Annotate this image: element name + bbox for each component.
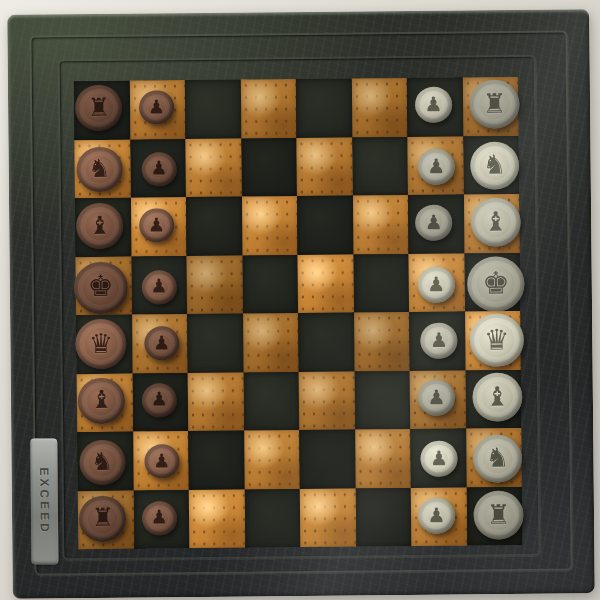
square-c7[interactable]: ♟ bbox=[132, 373, 188, 432]
square-d5[interactable] bbox=[243, 313, 299, 372]
square-a6[interactable] bbox=[189, 489, 245, 548]
white-knight[interactable]: ♞ bbox=[470, 142, 519, 190]
square-h5[interactable] bbox=[240, 79, 296, 138]
white-pawn[interactable]: ♟ bbox=[418, 497, 455, 533]
white-rook[interactable]: ♜ bbox=[469, 80, 519, 129]
white-rook[interactable]: ♜ bbox=[473, 490, 523, 539]
white-pawn[interactable]: ♟ bbox=[418, 148, 455, 184]
square-h4[interactable] bbox=[296, 79, 352, 138]
square-e1[interactable]: ♚ bbox=[464, 252, 520, 311]
black-bishop[interactable]: ♝ bbox=[78, 377, 125, 423]
square-a7[interactable]: ♟ bbox=[133, 490, 189, 549]
square-b1[interactable]: ♞ bbox=[466, 428, 522, 487]
white-pawn-glyph: ♟ bbox=[427, 273, 445, 293]
square-a5[interactable] bbox=[244, 489, 300, 548]
white-pawn-glyph: ♟ bbox=[428, 386, 446, 406]
black-bishop-glyph: ♝ bbox=[89, 213, 112, 238]
square-a2[interactable]: ♟ bbox=[411, 487, 467, 546]
black-pawn[interactable]: ♟ bbox=[139, 208, 174, 242]
square-a8[interactable]: ♜ bbox=[78, 490, 134, 549]
square-c2[interactable]: ♟ bbox=[410, 370, 466, 429]
square-b4[interactable] bbox=[299, 429, 355, 488]
black-bishop-glyph: ♝ bbox=[90, 387, 113, 412]
square-f2[interactable]: ♟ bbox=[408, 194, 464, 253]
black-pawn-glyph: ♟ bbox=[153, 333, 170, 352]
white-pawn-glyph: ♟ bbox=[425, 94, 443, 114]
square-f1[interactable]: ♝ bbox=[463, 194, 519, 253]
black-queen[interactable]: ♛ bbox=[75, 319, 126, 369]
chess-board: ♜♟♟♜♞♟♟♞♝♟♟♝♚♟♟♚♛♟♟♛♝♟♟♝♞♟♟♞♜♟♟♜ EXCEED bbox=[7, 9, 595, 599]
square-c3[interactable] bbox=[354, 370, 410, 429]
white-pawn-glyph: ♟ bbox=[430, 448, 448, 468]
black-knight-glyph: ♞ bbox=[91, 449, 114, 474]
white-rook-glyph: ♜ bbox=[486, 500, 510, 527]
white-rook-glyph: ♜ bbox=[482, 90, 506, 117]
white-knight-glyph: ♞ bbox=[486, 444, 510, 471]
square-h8[interactable]: ♜ bbox=[74, 81, 130, 140]
black-pawn[interactable]: ♟ bbox=[141, 152, 176, 186]
square-d4[interactable] bbox=[298, 312, 354, 371]
square-f8[interactable]: ♝ bbox=[75, 198, 131, 257]
square-f7[interactable]: ♟ bbox=[130, 197, 186, 256]
square-e5[interactable] bbox=[242, 255, 298, 314]
white-bishop-glyph: ♝ bbox=[485, 382, 509, 409]
square-c5[interactable] bbox=[243, 372, 299, 431]
square-h2[interactable]: ♟ bbox=[407, 77, 463, 136]
square-h7[interactable]: ♟ bbox=[129, 80, 185, 139]
square-d7[interactable]: ♟ bbox=[132, 314, 188, 373]
black-pawn[interactable]: ♟ bbox=[141, 270, 176, 304]
square-d6[interactable] bbox=[187, 314, 243, 373]
brand-plate: EXCEED bbox=[30, 438, 58, 564]
white-pawn[interactable]: ♟ bbox=[418, 266, 455, 302]
black-queen-glyph: ♛ bbox=[89, 330, 113, 357]
black-pawn[interactable]: ♟ bbox=[139, 90, 174, 124]
square-e6[interactable] bbox=[187, 255, 243, 314]
black-king-glyph: ♚ bbox=[87, 272, 113, 301]
white-knight-glyph: ♞ bbox=[483, 151, 507, 178]
white-queen[interactable]: ♛ bbox=[469, 314, 524, 368]
white-king-glyph: ♚ bbox=[482, 267, 510, 298]
white-bishop[interactable]: ♝ bbox=[472, 372, 522, 421]
square-b8[interactable]: ♞ bbox=[77, 432, 133, 491]
square-e3[interactable] bbox=[353, 253, 409, 312]
square-h1[interactable]: ♜ bbox=[462, 77, 518, 136]
square-c8[interactable]: ♝ bbox=[77, 373, 133, 432]
black-pawn[interactable]: ♟ bbox=[144, 326, 179, 360]
square-a1[interactable]: ♜ bbox=[466, 486, 522, 545]
square-b7[interactable]: ♟ bbox=[133, 431, 189, 490]
black-pawn-glyph: ♟ bbox=[150, 277, 167, 296]
square-g3[interactable] bbox=[352, 136, 408, 195]
square-b6[interactable] bbox=[188, 431, 244, 490]
white-pawn[interactable]: ♟ bbox=[421, 441, 458, 477]
black-king[interactable]: ♚ bbox=[73, 261, 127, 314]
square-g8[interactable]: ♞ bbox=[74, 139, 130, 198]
square-f3[interactable] bbox=[352, 195, 408, 254]
square-g2[interactable]: ♟ bbox=[407, 136, 463, 195]
square-e7[interactable]: ♟ bbox=[131, 256, 187, 315]
black-pawn-glyph: ♟ bbox=[150, 159, 167, 178]
square-e2[interactable]: ♟ bbox=[409, 253, 465, 312]
black-rook-glyph: ♜ bbox=[91, 505, 114, 530]
black-pawn-glyph: ♟ bbox=[151, 508, 168, 527]
black-rook-glyph: ♜ bbox=[88, 95, 111, 120]
black-pawn-glyph: ♟ bbox=[148, 97, 165, 116]
square-c6[interactable] bbox=[188, 372, 244, 431]
brand-label: EXCEED bbox=[37, 468, 52, 535]
square-e4[interactable] bbox=[298, 254, 354, 313]
white-pawn[interactable]: ♟ bbox=[418, 379, 455, 415]
black-knight[interactable]: ♞ bbox=[76, 147, 122, 192]
black-pawn[interactable]: ♟ bbox=[142, 383, 177, 417]
square-c1[interactable]: ♝ bbox=[465, 369, 521, 428]
square-g4[interactable] bbox=[296, 137, 352, 196]
white-knight[interactable]: ♞ bbox=[473, 434, 522, 482]
black-pawn[interactable]: ♟ bbox=[144, 444, 179, 478]
white-pawn[interactable]: ♟ bbox=[420, 323, 457, 359]
square-b3[interactable] bbox=[355, 429, 411, 488]
square-f5[interactable] bbox=[241, 196, 297, 255]
square-c4[interactable] bbox=[299, 371, 355, 430]
square-d8[interactable]: ♛ bbox=[76, 315, 132, 374]
black-pawn[interactable]: ♟ bbox=[142, 501, 177, 535]
square-d1[interactable]: ♛ bbox=[465, 311, 521, 370]
square-b2[interactable]: ♟ bbox=[410, 428, 466, 487]
white-bishop[interactable]: ♝ bbox=[470, 198, 520, 247]
white-king[interactable]: ♚ bbox=[467, 256, 525, 312]
square-e8[interactable]: ♚ bbox=[76, 256, 132, 315]
white-pawn-glyph: ♟ bbox=[430, 330, 448, 350]
square-h3[interactable] bbox=[351, 78, 407, 137]
square-d3[interactable] bbox=[354, 312, 410, 371]
square-g6[interactable] bbox=[185, 138, 241, 197]
square-a4[interactable] bbox=[300, 488, 356, 547]
white-bishop-glyph: ♝ bbox=[483, 208, 507, 235]
square-g5[interactable] bbox=[241, 138, 297, 197]
board-grid: ♜♟♟♜♞♟♟♞♝♟♟♝♚♟♟♚♛♟♟♛♝♟♟♝♞♟♟♞♜♟♟♜ bbox=[74, 77, 522, 549]
square-f4[interactable] bbox=[297, 196, 353, 255]
black-pawn-glyph: ♟ bbox=[151, 390, 168, 409]
white-queen-glyph: ♛ bbox=[484, 325, 510, 354]
square-a3[interactable] bbox=[355, 487, 411, 546]
white-pawn[interactable]: ♟ bbox=[415, 87, 452, 123]
white-pawn-glyph: ♟ bbox=[425, 212, 443, 232]
black-rook[interactable]: ♜ bbox=[79, 495, 126, 541]
square-g7[interactable]: ♟ bbox=[130, 139, 186, 198]
square-g1[interactable]: ♞ bbox=[463, 135, 519, 194]
white-pawn[interactable]: ♟ bbox=[415, 205, 452, 241]
black-knight-glyph: ♞ bbox=[88, 156, 111, 181]
square-d2[interactable]: ♟ bbox=[409, 311, 465, 370]
white-pawn-glyph: ♟ bbox=[427, 155, 445, 175]
black-rook[interactable]: ♜ bbox=[75, 85, 122, 131]
white-pawn-glyph: ♟ bbox=[428, 504, 446, 524]
black-pawn-glyph: ♟ bbox=[148, 215, 165, 234]
black-knight[interactable]: ♞ bbox=[79, 439, 125, 484]
square-f6[interactable] bbox=[186, 197, 242, 256]
square-b5[interactable] bbox=[244, 430, 300, 489]
square-h6[interactable] bbox=[185, 80, 241, 139]
black-bishop[interactable]: ♝ bbox=[76, 203, 123, 249]
black-pawn-glyph: ♟ bbox=[153, 451, 170, 470]
